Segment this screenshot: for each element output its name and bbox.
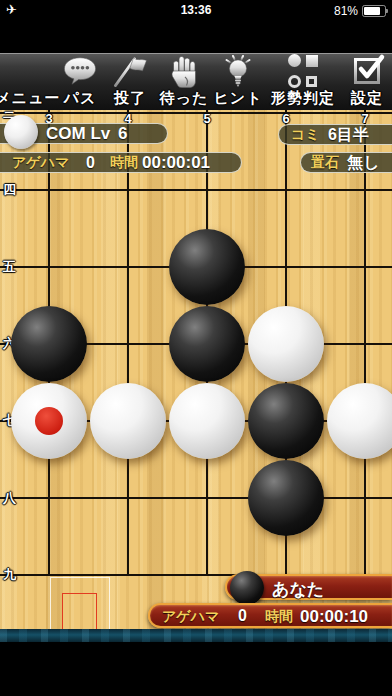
go-app-screen: ✈ 13:36 81% メニュー パス [0, 0, 392, 696]
estimate-button-label: 形勢判定 [271, 89, 335, 108]
status-bar: ✈ 13:36 81% [0, 0, 392, 20]
row-coordinate-label: 五 [1, 259, 18, 274]
pass-button[interactable]: パス [56, 54, 104, 110]
time-label-black: 時間 [265, 608, 293, 626]
grid-line-horizontal [0, 189, 392, 191]
undo-button[interactable]: 待った [156, 54, 212, 110]
black-time-value: 00:00:10 [300, 607, 368, 627]
row-coordinate-label: 八 [1, 490, 18, 505]
white-stone [11, 383, 87, 459]
komi-bar: コミ 6目半 [278, 124, 392, 145]
toolbar: メニュー パス 投了 [0, 53, 392, 110]
black-captures-time-bar: アゲハマ 0 時間 00:00:10 [148, 603, 392, 628]
white-stone [90, 383, 166, 459]
column-coordinate-label: 5 [197, 111, 217, 126]
flag-icon [112, 54, 148, 88]
black-player-name: あなた [272, 578, 324, 601]
captures-label: アゲハマ [12, 154, 69, 171]
white-time-value: 00:00:01 [142, 154, 210, 171]
white-player-name: COM Lv [46, 125, 110, 142]
captures-label-black: アゲハマ [162, 608, 219, 626]
row-coordinate-label: 四 [1, 182, 18, 197]
black-captures-value: 0 [238, 607, 247, 625]
white-stone [248, 306, 324, 382]
grid-line-horizontal [0, 497, 392, 499]
white-captures-value: 0 [86, 154, 95, 171]
white-stone [169, 383, 245, 459]
black-stone [248, 460, 324, 536]
white-stone [327, 383, 392, 459]
black-stone [248, 383, 324, 459]
lightbulb-icon [221, 54, 255, 88]
resign-button-label: 投了 [114, 89, 146, 108]
go-board[interactable]: 34567三四五六七八九 COM Lv 6 アゲハマ 0 時間 00:00:01… [0, 110, 392, 629]
resign-button[interactable]: 投了 [104, 54, 156, 110]
black-player-bar: あなた [225, 574, 392, 600]
estimate-button[interactable]: 形勢判定 [264, 54, 342, 110]
komi-value: 6目半 [328, 126, 369, 143]
black-stone [169, 306, 245, 382]
last-move-marker [35, 407, 63, 435]
shapes-icon [288, 54, 318, 88]
settings-button-label: 設定 [351, 89, 383, 108]
handicap-label: 置石 [311, 154, 339, 171]
pass-button-label: パス [64, 89, 97, 108]
handicap-bar: 置石 無し [300, 152, 392, 173]
hint-button-label: ヒント [213, 89, 262, 108]
time-label: 時間 [110, 154, 138, 171]
speech-bubble-icon [63, 54, 97, 88]
black-stone-icon [230, 571, 264, 605]
battery-percent: 81% [334, 4, 358, 18]
menu-lines-icon [13, 54, 43, 88]
white-player-level: 6 [118, 125, 127, 142]
checkbox-icon [354, 54, 380, 88]
menu-button[interactable]: メニュー [0, 54, 56, 110]
battery-icon [362, 5, 386, 17]
background-sea-strip [0, 629, 392, 642]
row-coordinate-label: 九 [1, 567, 18, 582]
undo-button-label: 待った [160, 89, 209, 108]
white-captures-time-bar: アゲハマ 0 時間 00:00:01 [0, 152, 242, 173]
black-stone [169, 229, 245, 305]
settings-button[interactable]: 設定 [342, 54, 392, 110]
black-stone [11, 306, 87, 382]
handicap-value: 無し [347, 154, 379, 171]
komi-label: コミ [291, 126, 320, 143]
hand-icon [168, 54, 200, 88]
white-stone-icon [4, 115, 38, 149]
hint-button[interactable]: ヒント [212, 54, 264, 110]
menu-button-label: メニュー [0, 89, 61, 108]
